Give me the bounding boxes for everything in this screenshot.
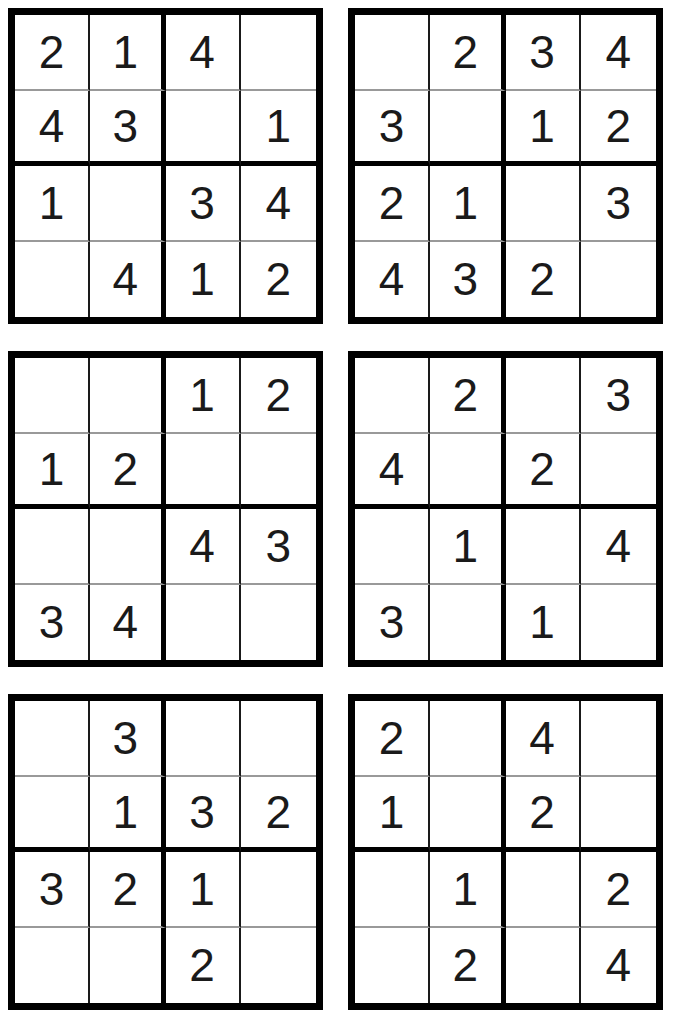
puzzle-3-cell-r1c4: 2 [241, 358, 316, 434]
puzzle-6-cell-r2c2[interactable] [430, 777, 505, 853]
puzzle-4-cell-r4c3: 1 [506, 585, 581, 661]
puzzle-2-cell-r3c3[interactable] [506, 166, 581, 242]
puzzle-5-cell-r2c2: 1 [90, 777, 165, 853]
puzzle-6-cell-r3c2: 1 [430, 852, 505, 928]
sudoku-board-3: 12124334 [8, 351, 323, 667]
puzzle-6-cell-r2c3: 2 [506, 777, 581, 853]
puzzle-5-cell-r4c1[interactable] [15, 928, 90, 1004]
puzzle-3-cell-r3c2[interactable] [90, 509, 165, 585]
puzzle-2-cell-r1c2: 2 [430, 15, 505, 91]
puzzle-1-cell-r2c4: 1 [241, 91, 316, 167]
puzzle-3-cell-r2c2: 2 [90, 434, 165, 510]
puzzle-3-cell-r2c4[interactable] [241, 434, 316, 510]
puzzle-3-cell-r2c1: 1 [15, 434, 90, 510]
puzzle-5-cell-r4c2[interactable] [90, 928, 165, 1004]
puzzle-2-cell-r3c2: 1 [430, 166, 505, 242]
puzzle-6-cell-r3c4: 2 [581, 852, 656, 928]
puzzle-5-cell-r3c3: 1 [166, 852, 241, 928]
puzzle-2-cell-r4c4[interactable] [581, 242, 656, 318]
puzzle-2-cell-r2c3: 1 [506, 91, 581, 167]
puzzle-4-cell-r2c3: 2 [506, 434, 581, 510]
puzzle-1-cell-r2c1: 4 [15, 91, 90, 167]
puzzle-6-cell-r2c4[interactable] [581, 777, 656, 853]
puzzle-3-cell-r3c1[interactable] [15, 509, 90, 585]
puzzle-5-cell-r2c3: 3 [166, 777, 241, 853]
puzzle-2-cell-r3c4: 3 [581, 166, 656, 242]
puzzle-2-cell-r3c1: 2 [355, 166, 430, 242]
puzzle-1-cell-r4c3: 1 [166, 242, 241, 318]
puzzle-1-cell-r4c2: 4 [90, 242, 165, 318]
puzzle-1-cell-r1c2: 1 [90, 15, 165, 91]
puzzle-4-cell-r2c2[interactable] [430, 434, 505, 510]
puzzle-3-cell-r4c3[interactable] [166, 585, 241, 661]
puzzle-6-cell-r1c1: 2 [355, 701, 430, 777]
puzzle-3-cell-r1c3: 1 [166, 358, 241, 434]
puzzle-3-cell-r4c1: 3 [15, 585, 90, 661]
puzzle-4-cell-r2c1: 4 [355, 434, 430, 510]
puzzle-2-cell-r2c1: 3 [355, 91, 430, 167]
puzzle-1-cell-r1c3: 4 [166, 15, 241, 91]
puzzle-6-cell-r3c1[interactable] [355, 852, 430, 928]
sudoku-worksheet: 214431134412 234312213432 12124334 23421… [0, 0, 675, 1024]
puzzle-4-cell-r1c1[interactable] [355, 358, 430, 434]
puzzle-1-cell-r1c4[interactable] [241, 15, 316, 91]
puzzle-1-cell-r4c4: 2 [241, 242, 316, 318]
sudoku-board-2: 234312213432 [348, 8, 663, 324]
sudoku-board-4: 23421431 [348, 351, 663, 667]
puzzle-3-cell-r3c3: 4 [166, 509, 241, 585]
puzzle-3-cell-r1c1[interactable] [15, 358, 90, 434]
sudoku-board-5: 31323212 [8, 694, 323, 1010]
puzzle-5-cell-r3c1: 3 [15, 852, 90, 928]
puzzle-4-cell-r3c3[interactable] [506, 509, 581, 585]
puzzle-2-cell-r2c2[interactable] [430, 91, 505, 167]
puzzle-1-cell-r2c3[interactable] [166, 91, 241, 167]
puzzle-2-cell-r1c3: 3 [506, 15, 581, 91]
puzzle-4-cell-r4c2[interactable] [430, 585, 505, 661]
puzzle-6-cell-r1c2[interactable] [430, 701, 505, 777]
sudoku-board-1: 214431134412 [8, 8, 323, 324]
puzzle-4-cell-r3c2: 1 [430, 509, 505, 585]
puzzle-2-cell-r1c1[interactable] [355, 15, 430, 91]
puzzle-3-cell-r4c4[interactable] [241, 585, 316, 661]
puzzle-6-cell-r3c3[interactable] [506, 852, 581, 928]
puzzle-6-cell-r1c4[interactable] [581, 701, 656, 777]
puzzle-1-cell-r4c1[interactable] [15, 242, 90, 318]
puzzle-6-cell-r4c1[interactable] [355, 928, 430, 1004]
puzzle-1-cell-r3c3: 3 [166, 166, 241, 242]
puzzle-4-cell-r1c2: 2 [430, 358, 505, 434]
puzzle-4-cell-r4c1: 3 [355, 585, 430, 661]
puzzle-3-cell-r2c3[interactable] [166, 434, 241, 510]
puzzle-6-cell-r2c1: 1 [355, 777, 430, 853]
puzzle-5-cell-r1c2: 3 [90, 701, 165, 777]
puzzle-4-cell-r1c3[interactable] [506, 358, 581, 434]
puzzle-3-cell-r1c2[interactable] [90, 358, 165, 434]
puzzle-6-cell-r1c3: 4 [506, 701, 581, 777]
puzzle-4-cell-r3c4: 4 [581, 509, 656, 585]
puzzle-5-cell-r2c4: 2 [241, 777, 316, 853]
puzzle-6-cell-r4c4: 4 [581, 928, 656, 1004]
puzzle-4-cell-r2c4[interactable] [581, 434, 656, 510]
puzzle-5-cell-r1c3[interactable] [166, 701, 241, 777]
puzzle-2-cell-r1c4: 4 [581, 15, 656, 91]
puzzle-3-cell-r4c2: 4 [90, 585, 165, 661]
puzzle-1-cell-r3c1: 1 [15, 166, 90, 242]
puzzle-5-cell-r3c2: 2 [90, 852, 165, 928]
puzzle-6-cell-r4c3[interactable] [506, 928, 581, 1004]
puzzle-3-cell-r3c4: 3 [241, 509, 316, 585]
puzzle-5-cell-r2c1[interactable] [15, 777, 90, 853]
puzzle-5-cell-r1c4[interactable] [241, 701, 316, 777]
puzzle-4-cell-r4c4[interactable] [581, 585, 656, 661]
puzzle-2-cell-r4c2: 3 [430, 242, 505, 318]
puzzle-2-cell-r4c3: 2 [506, 242, 581, 318]
puzzle-1-cell-r3c2[interactable] [90, 166, 165, 242]
puzzle-4-cell-r1c4: 3 [581, 358, 656, 434]
puzzle-6-cell-r4c2: 2 [430, 928, 505, 1004]
sudoku-board-6: 24121224 [348, 694, 663, 1010]
puzzle-1-cell-r2c2: 3 [90, 91, 165, 167]
puzzle-1-cell-r1c1: 2 [15, 15, 90, 91]
puzzle-5-cell-r3c4[interactable] [241, 852, 316, 928]
puzzle-5-cell-r4c3: 2 [166, 928, 241, 1004]
puzzle-5-cell-r4c4[interactable] [241, 928, 316, 1004]
puzzle-4-cell-r3c1[interactable] [355, 509, 430, 585]
puzzle-2-cell-r4c1: 4 [355, 242, 430, 318]
puzzle-2-cell-r2c4: 2 [581, 91, 656, 167]
puzzle-5-cell-r1c1[interactable] [15, 701, 90, 777]
puzzle-1-cell-r3c4: 4 [241, 166, 316, 242]
